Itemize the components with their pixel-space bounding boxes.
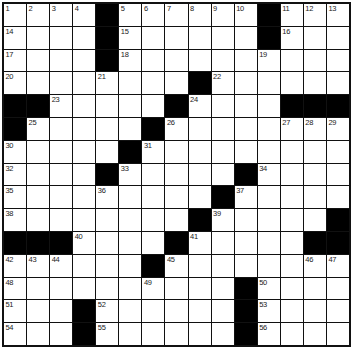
cell-r8c13[interactable] xyxy=(304,186,326,208)
clue-number: 42 xyxy=(6,255,14,264)
black-cell-r6c5 xyxy=(119,141,141,163)
cell-r6c14[interactable] xyxy=(327,141,349,163)
clue-number: 37 xyxy=(236,186,244,195)
cell-r11c3[interactable] xyxy=(73,255,95,277)
clue-number: 24 xyxy=(190,95,198,104)
cell-r14c1[interactable] xyxy=(27,323,49,345)
cell-r0c12[interactable]: 11 xyxy=(281,4,303,26)
clue-number: 3 xyxy=(52,4,56,13)
cell-r5c1[interactable]: 25 xyxy=(27,118,49,140)
cell-r1c14[interactable] xyxy=(327,27,349,49)
cell-r13c4[interactable]: 52 xyxy=(96,300,118,322)
cell-r0c5[interactable]: 5 xyxy=(119,4,141,26)
clue-number: 40 xyxy=(75,232,83,241)
cell-r2c5[interactable]: 18 xyxy=(119,50,141,72)
cell-r1c6[interactable] xyxy=(142,27,164,49)
cell-r11c8[interactable] xyxy=(189,255,211,277)
cell-r0c9[interactable]: 9 xyxy=(212,4,234,26)
cell-r9c0[interactable]: 38 xyxy=(4,209,26,231)
clue-number: 47 xyxy=(328,255,336,264)
cell-r0c8[interactable]: 8 xyxy=(189,4,211,26)
black-cell-r3c8 xyxy=(189,72,211,94)
cell-r12c9[interactable] xyxy=(212,278,234,300)
cell-r5c12[interactable]: 27 xyxy=(281,118,303,140)
cell-r12c3[interactable] xyxy=(73,278,95,300)
cell-r11c0[interactable]: 42 xyxy=(4,255,26,277)
cell-r6c11[interactable] xyxy=(258,141,280,163)
clue-number: 46 xyxy=(305,255,313,264)
cell-r0c7[interactable]: 7 xyxy=(165,4,187,26)
black-cell-r4c0 xyxy=(4,95,26,117)
cell-r8c7[interactable] xyxy=(165,186,187,208)
cell-r9c12[interactable] xyxy=(281,209,303,231)
cell-r7c2[interactable] xyxy=(50,164,72,186)
black-cell-r10c7 xyxy=(165,232,187,254)
cell-r12c4[interactable] xyxy=(96,278,118,300)
cell-r2c12[interactable] xyxy=(281,50,303,72)
cell-r0c1[interactable]: 2 xyxy=(27,4,49,26)
cell-r7c7[interactable] xyxy=(165,164,187,186)
black-cell-r9c14 xyxy=(327,209,349,231)
cell-r7c1[interactable] xyxy=(27,164,49,186)
cell-r5c10[interactable] xyxy=(235,118,257,140)
clue-number: 20 xyxy=(6,72,14,81)
black-cell-r4c12 xyxy=(281,95,303,117)
clue-number: 27 xyxy=(282,118,290,127)
cell-r7c5[interactable]: 33 xyxy=(119,164,141,186)
cell-r2c1[interactable] xyxy=(27,50,49,72)
cell-r0c13[interactable]: 12 xyxy=(304,4,326,26)
cell-r4c4[interactable] xyxy=(96,95,118,117)
clue-number: 56 xyxy=(259,323,267,332)
cell-r2c6[interactable] xyxy=(142,50,164,72)
cell-r8c11[interactable] xyxy=(258,186,280,208)
cell-r1c3[interactable] xyxy=(73,27,95,49)
cell-r8c8[interactable] xyxy=(189,186,211,208)
clue-number: 51 xyxy=(6,300,14,309)
cell-r7c9[interactable] xyxy=(212,164,234,186)
cell-r14c12[interactable] xyxy=(281,323,303,345)
cell-r0c2[interactable]: 3 xyxy=(50,4,72,26)
cell-r5c7[interactable]: 26 xyxy=(165,118,187,140)
clue-number: 16 xyxy=(282,27,290,36)
clue-number: 50 xyxy=(259,278,267,287)
clue-number: 45 xyxy=(167,255,175,264)
cell-r8c6[interactable] xyxy=(142,186,164,208)
cell-r6c0[interactable]: 30 xyxy=(4,141,26,163)
cell-r5c13[interactable]: 28 xyxy=(304,118,326,140)
black-cell-r14c10 xyxy=(235,323,257,345)
clue-number: 49 xyxy=(144,278,152,287)
cell-r11c9[interactable] xyxy=(212,255,234,277)
black-cell-r4c7 xyxy=(165,95,187,117)
black-cell-r12c10 xyxy=(235,278,257,300)
cell-r13c5[interactable] xyxy=(119,300,141,322)
cell-r10c6[interactable] xyxy=(142,232,164,254)
clue-number: 38 xyxy=(6,209,14,218)
black-cell-r10c2 xyxy=(50,232,72,254)
cell-r8c10[interactable]: 37 xyxy=(235,186,257,208)
cell-r14c6[interactable] xyxy=(142,323,164,345)
cell-r13c8[interactable] xyxy=(189,300,211,322)
black-cell-r14c3 xyxy=(73,323,95,345)
cell-r7c8[interactable] xyxy=(189,164,211,186)
cell-r10c10[interactable] xyxy=(235,232,257,254)
cell-r11c2[interactable]: 44 xyxy=(50,255,72,277)
cell-r10c8[interactable]: 41 xyxy=(189,232,211,254)
cell-r11c10[interactable] xyxy=(235,255,257,277)
cell-r14c2[interactable] xyxy=(50,323,72,345)
cell-r6c13[interactable] xyxy=(304,141,326,163)
cell-r6c6[interactable]: 31 xyxy=(142,141,164,163)
cell-r12c11[interactable]: 50 xyxy=(258,278,280,300)
clue-number: 9 xyxy=(213,4,217,13)
black-cell-r13c3 xyxy=(73,300,95,322)
cell-r14c0[interactable]: 54 xyxy=(4,323,26,345)
clue-number: 13 xyxy=(328,4,336,13)
cell-r13c9[interactable] xyxy=(212,300,234,322)
cell-r4c8[interactable]: 24 xyxy=(189,95,211,117)
cell-r0c3[interactable]: 4 xyxy=(73,4,95,26)
cell-r13c1[interactable] xyxy=(27,300,49,322)
clue-number: 25 xyxy=(29,118,37,127)
cell-r3c1[interactable] xyxy=(27,72,49,94)
clue-number: 10 xyxy=(236,4,244,13)
clue-number: 1 xyxy=(6,4,10,13)
clue-number: 52 xyxy=(98,300,106,309)
clue-number: 22 xyxy=(213,72,221,81)
clue-number: 2 xyxy=(29,4,33,13)
black-cell-r10c13 xyxy=(304,232,326,254)
black-cell-r1c11 xyxy=(258,27,280,49)
cell-r1c5[interactable]: 15 xyxy=(119,27,141,49)
cell-r2c0[interactable]: 17 xyxy=(4,50,26,72)
cell-r8c5[interactable] xyxy=(119,186,141,208)
clue-number: 28 xyxy=(305,118,313,127)
cell-r13c13[interactable] xyxy=(304,300,326,322)
cell-r10c3[interactable]: 40 xyxy=(73,232,95,254)
clue-number: 7 xyxy=(167,4,171,13)
clue-number: 54 xyxy=(6,323,14,332)
cell-r3c9[interactable]: 22 xyxy=(212,72,234,94)
black-cell-r11c6 xyxy=(142,255,164,277)
clue-number: 32 xyxy=(6,164,14,173)
cell-r7c11[interactable]: 34 xyxy=(258,164,280,186)
black-cell-r5c0 xyxy=(4,118,26,140)
cell-r9c10[interactable] xyxy=(235,209,257,231)
cell-r2c3[interactable] xyxy=(73,50,95,72)
cell-r2c8[interactable] xyxy=(189,50,211,72)
cell-r2c7[interactable] xyxy=(165,50,187,72)
black-cell-r9c8 xyxy=(189,209,211,231)
cell-r11c12[interactable] xyxy=(281,255,303,277)
cell-r1c0[interactable]: 14 xyxy=(4,27,26,49)
clue-number: 41 xyxy=(190,232,198,241)
black-cell-r4c1 xyxy=(27,95,49,117)
cell-r9c7[interactable] xyxy=(165,209,187,231)
cell-r11c7[interactable]: 45 xyxy=(165,255,187,277)
cell-r0c0[interactable]: 1 xyxy=(4,4,26,26)
cell-r11c1[interactable]: 43 xyxy=(27,255,49,277)
cell-r4c10[interactable] xyxy=(235,95,257,117)
cell-r5c14[interactable]: 29 xyxy=(327,118,349,140)
cell-r12c5[interactable] xyxy=(119,278,141,300)
clue-number: 4 xyxy=(75,4,79,13)
cell-r3c5[interactable] xyxy=(119,72,141,94)
cell-r2c13[interactable] xyxy=(304,50,326,72)
cell-r10c4[interactable] xyxy=(96,232,118,254)
black-cell-r10c14 xyxy=(327,232,349,254)
cell-r10c12[interactable] xyxy=(281,232,303,254)
cell-r6c1[interactable] xyxy=(27,141,49,163)
cell-r0c6[interactable]: 6 xyxy=(142,4,164,26)
cell-r5c8[interactable] xyxy=(189,118,211,140)
clue-number: 48 xyxy=(6,278,14,287)
cell-r12c0[interactable]: 48 xyxy=(4,278,26,300)
cell-r11c4[interactable] xyxy=(96,255,118,277)
cell-r2c9[interactable] xyxy=(212,50,234,72)
cell-r8c12[interactable] xyxy=(281,186,303,208)
cell-r10c9[interactable] xyxy=(212,232,234,254)
cell-r13c7[interactable] xyxy=(165,300,187,322)
cell-r13c11[interactable]: 53 xyxy=(258,300,280,322)
cell-r3c2[interactable] xyxy=(50,72,72,94)
clue-number: 55 xyxy=(98,323,106,332)
cell-r0c14[interactable]: 13 xyxy=(327,4,349,26)
cell-r4c11[interactable] xyxy=(258,95,280,117)
clue-number: 17 xyxy=(6,50,14,59)
cell-r3c11[interactable] xyxy=(258,72,280,94)
clue-number: 31 xyxy=(144,141,152,150)
cell-r13c2[interactable] xyxy=(50,300,72,322)
cell-r5c5[interactable] xyxy=(119,118,141,140)
clue-number: 8 xyxy=(190,4,194,13)
cell-r1c13[interactable] xyxy=(304,27,326,49)
cell-r14c4[interactable]: 55 xyxy=(96,323,118,345)
clue-number: 5 xyxy=(121,4,125,13)
black-cell-r8c9 xyxy=(212,186,234,208)
cell-r2c2[interactable] xyxy=(50,50,72,72)
clue-number: 36 xyxy=(98,186,106,195)
cell-r14c11[interactable]: 56 xyxy=(258,323,280,345)
cell-r9c2[interactable] xyxy=(50,209,72,231)
cell-r10c11[interactable] xyxy=(258,232,280,254)
clue-number: 44 xyxy=(52,255,60,264)
cell-r14c9[interactable] xyxy=(212,323,234,345)
cell-r1c8[interactable] xyxy=(189,27,211,49)
cell-r4c9[interactable] xyxy=(212,95,234,117)
cell-r2c11[interactable]: 19 xyxy=(258,50,280,72)
cell-r6c4[interactable] xyxy=(96,141,118,163)
clue-number: 53 xyxy=(259,300,267,309)
cell-r8c14[interactable] xyxy=(327,186,349,208)
cell-r7c0[interactable]: 32 xyxy=(4,164,26,186)
clue-number: 6 xyxy=(144,4,148,13)
cell-r4c5[interactable] xyxy=(119,95,141,117)
cell-r3c4[interactable]: 21 xyxy=(96,72,118,94)
black-cell-r5c6 xyxy=(142,118,164,140)
clue-number: 29 xyxy=(328,118,336,127)
cell-r14c14[interactable] xyxy=(327,323,349,345)
cell-r5c3[interactable] xyxy=(73,118,95,140)
black-cell-r2c4 xyxy=(96,50,118,72)
clue-number: 14 xyxy=(6,27,14,36)
cell-r4c3[interactable] xyxy=(73,95,95,117)
black-cell-r7c10 xyxy=(235,164,257,186)
clue-number: 30 xyxy=(6,141,14,150)
cell-r6c7[interactable] xyxy=(165,141,187,163)
cell-r7c12[interactable] xyxy=(281,164,303,186)
cell-r11c14[interactable]: 47 xyxy=(327,255,349,277)
cell-r14c7[interactable] xyxy=(165,323,187,345)
cell-r5c9[interactable] xyxy=(212,118,234,140)
cell-r7c14[interactable] xyxy=(327,164,349,186)
cell-r6c2[interactable] xyxy=(50,141,72,163)
cell-r12c14[interactable] xyxy=(327,278,349,300)
cell-r1c1[interactable] xyxy=(27,27,49,49)
cell-r8c1[interactable] xyxy=(27,186,49,208)
cell-r9c3[interactable] xyxy=(73,209,95,231)
cell-r12c13[interactable] xyxy=(304,278,326,300)
cell-r9c5[interactable] xyxy=(119,209,141,231)
cell-r3c0[interactable]: 20 xyxy=(4,72,26,94)
cell-r11c5[interactable] xyxy=(119,255,141,277)
cell-r12c8[interactable] xyxy=(189,278,211,300)
cell-r3c7[interactable] xyxy=(165,72,187,94)
clue-number: 23 xyxy=(52,95,60,104)
cell-r5c4[interactable] xyxy=(96,118,118,140)
cell-r9c6[interactable] xyxy=(142,209,164,231)
clue-number: 18 xyxy=(121,50,129,59)
black-cell-r10c0 xyxy=(4,232,26,254)
cell-r13c6[interactable] xyxy=(142,300,164,322)
cell-r5c2[interactable] xyxy=(50,118,72,140)
clue-number: 19 xyxy=(259,50,267,59)
cell-r9c11[interactable] xyxy=(258,209,280,231)
black-cell-r1c4 xyxy=(96,27,118,49)
cell-r3c12[interactable] xyxy=(281,72,303,94)
black-cell-r13c10 xyxy=(235,300,257,322)
clue-number: 11 xyxy=(282,4,289,13)
cell-r9c4[interactable] xyxy=(96,209,118,231)
clue-number: 35 xyxy=(6,186,14,195)
cell-r5c11[interactable] xyxy=(258,118,280,140)
cell-r14c8[interactable] xyxy=(189,323,211,345)
black-cell-r7c4 xyxy=(96,164,118,186)
cell-r6c8[interactable] xyxy=(189,141,211,163)
cell-r3c6[interactable] xyxy=(142,72,164,94)
cell-r13c14[interactable] xyxy=(327,300,349,322)
cell-r8c2[interactable] xyxy=(50,186,72,208)
clue-number: 12 xyxy=(305,4,313,13)
cell-r13c0[interactable]: 51 xyxy=(4,300,26,322)
cell-r7c3[interactable] xyxy=(73,164,95,186)
cell-r14c5[interactable] xyxy=(119,323,141,345)
cell-r13c12[interactable] xyxy=(281,300,303,322)
cell-r3c13[interactable] xyxy=(304,72,326,94)
cell-r9c13[interactable] xyxy=(304,209,326,231)
cell-r6c12[interactable] xyxy=(281,141,303,163)
black-cell-r0c11 xyxy=(258,4,280,26)
cell-r11c11[interactable] xyxy=(258,255,280,277)
clue-number: 43 xyxy=(29,255,37,264)
clue-number: 26 xyxy=(167,118,175,127)
cell-r1c10[interactable] xyxy=(235,27,257,49)
black-cell-r10c1 xyxy=(27,232,49,254)
cell-r6c3[interactable] xyxy=(73,141,95,163)
cell-r2c10[interactable] xyxy=(235,50,257,72)
cell-r7c6[interactable] xyxy=(142,164,164,186)
cell-r3c3[interactable] xyxy=(73,72,95,94)
cell-r12c1[interactable] xyxy=(27,278,49,300)
cell-r4c6[interactable] xyxy=(142,95,164,117)
cell-r11c13[interactable]: 46 xyxy=(304,255,326,277)
crossword-grid: 1234567891011121314151617181920212223242… xyxy=(2,2,351,347)
black-cell-r0c4 xyxy=(96,4,118,26)
cell-r0c10[interactable]: 10 xyxy=(235,4,257,26)
clue-number: 21 xyxy=(98,72,106,81)
cell-r1c9[interactable] xyxy=(212,27,234,49)
cell-r3c14[interactable] xyxy=(327,72,349,94)
cell-r6c10[interactable] xyxy=(235,141,257,163)
cell-r9c9[interactable]: 39 xyxy=(212,209,234,231)
cell-r12c2[interactable] xyxy=(50,278,72,300)
black-cell-r4c14 xyxy=(327,95,349,117)
cell-r7c13[interactable] xyxy=(304,164,326,186)
cell-r8c4[interactable]: 36 xyxy=(96,186,118,208)
clue-number: 39 xyxy=(213,209,221,218)
cell-r14c13[interactable] xyxy=(304,323,326,345)
crossword-board: 1234567891011121314151617181920212223242… xyxy=(0,0,353,349)
cell-r1c2[interactable] xyxy=(50,27,72,49)
cell-r8c0[interactable]: 35 xyxy=(4,186,26,208)
clue-number: 33 xyxy=(121,164,129,173)
cell-r8c3[interactable] xyxy=(73,186,95,208)
cell-r1c7[interactable] xyxy=(165,27,187,49)
cell-r12c7[interactable] xyxy=(165,278,187,300)
cell-r12c6[interactable]: 49 xyxy=(142,278,164,300)
cell-r1c12[interactable]: 16 xyxy=(281,27,303,49)
cell-r9c1[interactable] xyxy=(27,209,49,231)
cell-r4c2[interactable]: 23 xyxy=(50,95,72,117)
cell-r12c12[interactable] xyxy=(281,278,303,300)
clue-number: 15 xyxy=(121,27,129,36)
clue-number: 34 xyxy=(259,164,267,173)
cell-r3c10[interactable] xyxy=(235,72,257,94)
black-cell-r4c13 xyxy=(304,95,326,117)
cell-r2c14[interactable] xyxy=(327,50,349,72)
cell-r10c5[interactable] xyxy=(119,232,141,254)
cell-r6c9[interactable] xyxy=(212,141,234,163)
